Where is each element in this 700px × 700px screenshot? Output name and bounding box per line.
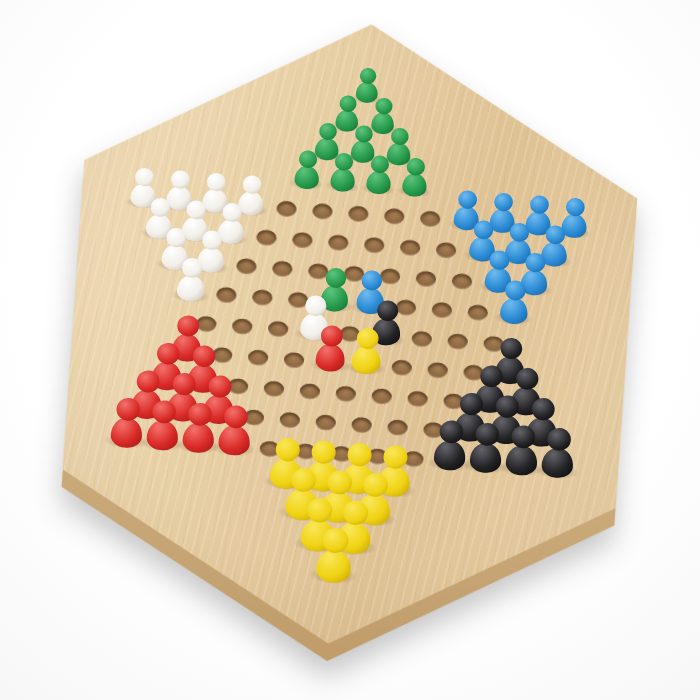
peg-body [505, 445, 538, 476]
peg-body [433, 440, 466, 471]
peg-head [202, 230, 223, 251]
peg-head [356, 327, 379, 349]
peg-body [541, 448, 574, 479]
peg-body [351, 346, 382, 375]
peg-head [458, 190, 478, 209]
peg-head [480, 365, 504, 388]
peg-head [375, 97, 393, 115]
peg-head [242, 175, 262, 194]
peg-head [509, 222, 530, 242]
peg-head [530, 195, 550, 214]
peg-head [177, 315, 200, 337]
peg-body [218, 425, 251, 456]
peg-head [319, 122, 338, 140]
peg-head [305, 295, 327, 317]
peg-head [545, 225, 566, 245]
peg-head [206, 172, 226, 191]
peg-head [525, 252, 546, 273]
peg-body [110, 417, 143, 448]
peg-body [176, 275, 205, 302]
peg-head [500, 337, 523, 359]
peg-body [182, 422, 215, 453]
peg-head [406, 157, 425, 176]
peg-head [489, 250, 510, 271]
peg-head [361, 270, 383, 291]
peg-head [208, 375, 232, 399]
peg-head [186, 200, 207, 220]
peg-head [150, 197, 171, 217]
peg-head [359, 67, 376, 84]
peg-head [166, 227, 187, 248]
peg-head [134, 167, 154, 186]
peg-head [223, 405, 248, 429]
peg-head [170, 170, 190, 189]
peg-head [311, 440, 337, 465]
peg-head [334, 152, 353, 171]
peg-body [402, 173, 428, 197]
peg-head [192, 345, 216, 368]
peg-head [391, 127, 410, 145]
peg-head [325, 267, 347, 288]
peg-head [494, 192, 514, 211]
pieces-layer [9, 2, 691, 666]
peg-body [355, 82, 378, 104]
peg-head [275, 437, 301, 462]
peg-body [294, 166, 320, 190]
peg-body [469, 442, 502, 473]
peg-body [366, 171, 392, 195]
peg-head [473, 220, 494, 240]
peg-head [320, 325, 343, 347]
peg-head [347, 442, 373, 467]
peg-head [383, 445, 409, 470]
peg-head [565, 197, 585, 216]
peg-body [371, 112, 395, 135]
peg-body [315, 343, 346, 372]
peg-head [298, 150, 317, 169]
peg-head [505, 280, 527, 301]
peg-head [222, 202, 243, 222]
peg-head [515, 367, 539, 390]
peg-head [370, 155, 389, 174]
scene [0, 0, 700, 700]
peg-head [376, 300, 398, 322]
peg-head [547, 427, 572, 451]
peg-body [146, 420, 179, 451]
peg-head [355, 125, 374, 143]
peg-head [339, 95, 357, 113]
peg-head [531, 397, 555, 421]
peg-body [499, 298, 528, 325]
peg-head [156, 342, 180, 365]
peg-head [181, 257, 203, 278]
peg-body [330, 168, 356, 192]
